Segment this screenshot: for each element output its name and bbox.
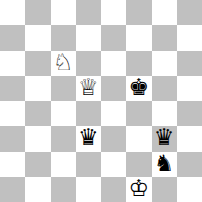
white-king[interactable]: ♔ [129, 177, 150, 200]
square-c2[interactable] [51, 152, 76, 177]
square-h7[interactable] [177, 25, 202, 50]
square-h1[interactable] [177, 177, 202, 202]
square-c1[interactable] [51, 177, 76, 202]
square-a4[interactable] [0, 101, 25, 126]
square-g2[interactable]: ♞ [152, 152, 177, 177]
square-b3[interactable] [25, 126, 50, 151]
square-h3[interactable] [177, 126, 202, 151]
square-g8[interactable] [152, 0, 177, 25]
square-c5[interactable] [51, 76, 76, 101]
square-f4[interactable] [126, 101, 151, 126]
square-d3[interactable]: ♛ [76, 126, 101, 151]
square-e2[interactable] [101, 152, 126, 177]
square-g6[interactable] [152, 51, 177, 76]
white-queen[interactable]: ♕ [78, 76, 99, 99]
square-e7[interactable] [101, 25, 126, 50]
square-f8[interactable] [126, 0, 151, 25]
square-h4[interactable] [177, 101, 202, 126]
square-d5[interactable]: ♕ [76, 76, 101, 101]
square-b1[interactable] [25, 177, 50, 202]
square-c4[interactable] [51, 101, 76, 126]
square-b6[interactable] [25, 51, 50, 76]
square-g5[interactable] [152, 76, 177, 101]
square-b2[interactable] [25, 152, 50, 177]
square-e6[interactable] [101, 51, 126, 76]
square-e1[interactable] [101, 177, 126, 202]
square-b7[interactable] [25, 25, 50, 50]
square-c8[interactable] [51, 0, 76, 25]
square-c6[interactable]: ♘ [51, 51, 76, 76]
square-f7[interactable] [126, 25, 151, 50]
square-g7[interactable] [152, 25, 177, 50]
square-h5[interactable] [177, 76, 202, 101]
square-d8[interactable] [76, 0, 101, 25]
square-g4[interactable] [152, 101, 177, 126]
square-h6[interactable] [177, 51, 202, 76]
square-f1[interactable]: ♔ [126, 177, 151, 202]
square-c3[interactable] [51, 126, 76, 151]
black-queen[interactable]: ♛ [78, 126, 99, 149]
square-f3[interactable] [126, 126, 151, 151]
square-d6[interactable] [76, 51, 101, 76]
black-knight[interactable]: ♞ [154, 152, 175, 175]
square-h2[interactable] [177, 152, 202, 177]
square-g1[interactable] [152, 177, 177, 202]
square-a3[interactable] [0, 126, 25, 151]
chess-board: ♘♕♚♛♛♞♔ [0, 0, 202, 202]
white-knight[interactable]: ♘ [53, 51, 74, 74]
square-e8[interactable] [101, 0, 126, 25]
square-f5[interactable]: ♚ [126, 76, 151, 101]
square-b5[interactable] [25, 76, 50, 101]
square-f6[interactable] [126, 51, 151, 76]
square-a8[interactable] [0, 0, 25, 25]
square-d2[interactable] [76, 152, 101, 177]
square-f2[interactable] [126, 152, 151, 177]
square-d7[interactable] [76, 25, 101, 50]
square-b8[interactable] [25, 0, 50, 25]
square-e4[interactable] [101, 101, 126, 126]
black-king[interactable]: ♚ [129, 76, 150, 99]
square-g3[interactable]: ♛ [152, 126, 177, 151]
square-h8[interactable] [177, 0, 202, 25]
square-b4[interactable] [25, 101, 50, 126]
black-queen[interactable]: ♛ [154, 126, 175, 149]
square-e5[interactable] [101, 76, 126, 101]
square-c7[interactable] [51, 25, 76, 50]
square-d4[interactable] [76, 101, 101, 126]
square-a7[interactable] [0, 25, 25, 50]
square-e3[interactable] [101, 126, 126, 151]
square-a6[interactable] [0, 51, 25, 76]
square-a1[interactable] [0, 177, 25, 202]
square-a5[interactable] [0, 76, 25, 101]
square-a2[interactable] [0, 152, 25, 177]
square-d1[interactable] [76, 177, 101, 202]
